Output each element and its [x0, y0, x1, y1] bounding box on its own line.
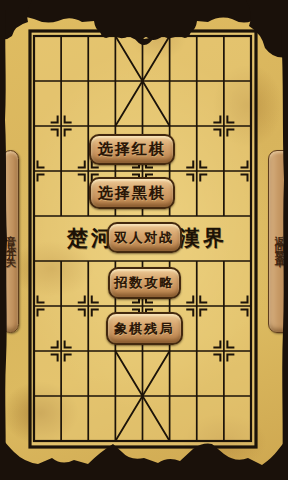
- return-menu-label: 返回菜单: [272, 228, 286, 256]
- two-player-label: 双人对战: [115, 229, 175, 247]
- xiangqi-app-screen: 楚河 漢界 音乐开关 返回菜单 选择红棋 选择黑棋 双人对战 招数攻略 象棋残局: [0, 0, 288, 480]
- select-black-label: 选择黑棋: [98, 184, 166, 203]
- side-tab-return-menu[interactable]: 返回菜单: [268, 150, 288, 333]
- menu-button-select-red[interactable]: 选择红棋: [89, 134, 175, 165]
- menu-button-strategy[interactable]: 招数攻略: [108, 267, 181, 299]
- menu-button-endgame[interactable]: 象棋残局: [106, 312, 183, 345]
- menu-button-select-black[interactable]: 选择黑棋: [89, 177, 175, 209]
- endgame-label: 象棋残局: [115, 320, 175, 338]
- menu-button-two-player[interactable]: 双人对战: [107, 222, 182, 253]
- select-red-label: 选择红棋: [98, 140, 166, 159]
- side-tab-music-toggle[interactable]: 音乐开关: [2, 150, 19, 333]
- strategy-label: 招数攻略: [115, 274, 175, 292]
- music-toggle-label: 音乐开关: [4, 228, 18, 256]
- river-label-han-jie: 漢界: [179, 224, 227, 252]
